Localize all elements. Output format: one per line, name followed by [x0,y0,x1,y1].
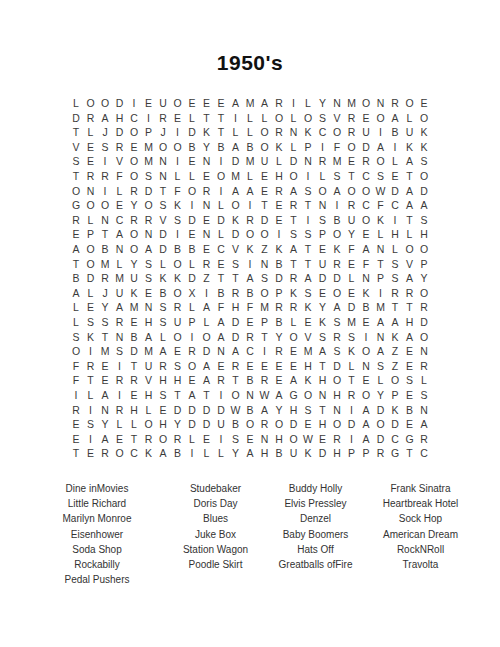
grid-cell[interactable]: R [388,96,403,111]
grid-cell[interactable]: O [417,169,432,184]
grid-cell[interactable]: M [228,169,243,184]
grid-cell[interactable]: L [112,257,127,272]
grid-cell[interactable]: C [359,198,374,213]
grid-cell[interactable]: V [156,213,171,228]
grid-cell[interactable]: Y [228,446,243,461]
grid-cell[interactable]: E [214,359,229,374]
grid-cell[interactable]: N [315,388,330,403]
grid-cell[interactable]: L [286,140,301,155]
grid-cell[interactable]: K [272,140,287,155]
grid-cell[interactable]: N [199,198,214,213]
grid-cell[interactable]: T [170,388,185,403]
grid-cell[interactable]: R [344,388,359,403]
grid-cell[interactable]: R [373,446,388,461]
grid-cell[interactable]: E [83,300,98,315]
grid-cell[interactable]: T [69,257,84,272]
grid-cell[interactable]: A [417,417,432,432]
grid-cell[interactable]: O [127,154,142,169]
grid-cell[interactable]: H [127,402,142,417]
grid-cell[interactable]: V [69,140,84,155]
grid-cell[interactable]: N [359,359,374,374]
grid-cell[interactable]: H [170,373,185,388]
grid-cell[interactable]: E [112,432,127,447]
grid-cell[interactable]: M [112,271,127,286]
grid-cell[interactable]: K [402,140,417,155]
grid-cell[interactable]: R [127,373,142,388]
grid-cell[interactable]: D [286,417,301,432]
grid-cell[interactable]: W [257,388,272,403]
grid-cell[interactable]: S [344,330,359,345]
grid-cell[interactable]: E [185,227,200,242]
grid-cell[interactable]: J [98,125,113,140]
grid-cell[interactable]: R [112,373,127,388]
grid-cell[interactable]: V [402,257,417,272]
grid-cell[interactable]: D [272,271,287,286]
grid-cell[interactable]: E [243,359,258,374]
grid-cell[interactable]: A [156,344,171,359]
grid-cell[interactable]: L [301,96,316,111]
grid-cell[interactable]: A [243,271,258,286]
grid-cell[interactable]: O [286,330,301,345]
grid-cell[interactable]: E [272,359,287,374]
grid-cell[interactable]: T [315,402,330,417]
grid-cell[interactable]: D [170,402,185,417]
grid-cell[interactable]: M [127,300,142,315]
grid-cell[interactable]: V [228,242,243,257]
grid-cell[interactable]: Z [388,344,403,359]
grid-cell[interactable]: S [315,330,330,345]
grid-cell[interactable]: S [69,154,84,169]
grid-cell[interactable]: E [301,417,316,432]
grid-cell[interactable]: L [199,315,214,330]
grid-cell[interactable]: K [170,198,185,213]
grid-cell[interactable]: Y [272,402,287,417]
grid-cell[interactable]: I [98,184,113,199]
grid-cell[interactable]: R [315,154,330,169]
grid-cell[interactable]: N [257,257,272,272]
grid-cell[interactable]: E [402,344,417,359]
grid-cell[interactable]: R [83,169,98,184]
grid-cell[interactable]: T [199,111,214,126]
grid-cell[interactable]: R [286,198,301,213]
grid-cell[interactable]: P [257,315,272,330]
grid-cell[interactable]: N [214,344,229,359]
grid-cell[interactable]: O [301,111,316,126]
grid-cell[interactable]: T [98,227,113,242]
grid-cell[interactable]: S [156,315,171,330]
grid-cell[interactable]: O [112,446,127,461]
grid-cell[interactable]: E [83,140,98,155]
grid-cell[interactable]: K [373,213,388,228]
grid-cell[interactable]: L [69,300,84,315]
grid-cell[interactable]: R [286,271,301,286]
grid-cell[interactable]: K [315,315,330,330]
grid-cell[interactable]: L [170,169,185,184]
grid-cell[interactable]: A [402,184,417,199]
grid-cell[interactable]: Y [344,227,359,242]
grid-cell[interactable]: G [286,388,301,403]
grid-cell[interactable]: B [272,315,287,330]
grid-cell[interactable]: O [286,432,301,447]
grid-cell[interactable]: A [417,198,432,213]
grid-cell[interactable]: Y [127,257,142,272]
grid-cell[interactable]: O [199,330,214,345]
grid-cell[interactable]: E [185,154,200,169]
grid-cell[interactable]: K [228,213,243,228]
grid-cell[interactable]: N [156,169,171,184]
grid-cell[interactable]: K [344,344,359,359]
grid-cell[interactable]: E [344,286,359,301]
grid-cell[interactable]: A [185,388,200,403]
grid-cell[interactable]: P [272,286,287,301]
grid-cell[interactable]: K [388,402,403,417]
grid-cell[interactable]: I [127,96,142,111]
grid-cell[interactable]: E [83,154,98,169]
grid-cell[interactable]: I [359,330,374,345]
grid-cell[interactable]: O [257,125,272,140]
grid-cell[interactable]: Z [388,359,403,374]
grid-cell[interactable]: A [141,242,156,257]
grid-cell[interactable]: T [315,359,330,374]
grid-cell[interactable]: V [141,373,156,388]
grid-cell[interactable]: H [330,388,345,403]
grid-cell[interactable]: A [359,417,374,432]
grid-cell[interactable]: L [388,154,403,169]
grid-cell[interactable]: O [98,96,113,111]
grid-cell[interactable]: D [257,213,272,228]
grid-cell[interactable]: S [98,140,113,155]
grid-cell[interactable]: O [127,169,142,184]
grid-cell[interactable]: I [83,432,98,447]
grid-cell[interactable]: K [141,446,156,461]
grid-cell[interactable]: O [272,111,287,126]
grid-cell[interactable]: E [272,373,287,388]
grid-cell[interactable]: O [359,96,374,111]
grid-cell[interactable]: L [315,169,330,184]
grid-cell[interactable]: E [402,417,417,432]
grid-cell[interactable]: O [83,242,98,257]
grid-cell[interactable]: O [228,198,243,213]
grid-cell[interactable]: E [69,227,84,242]
grid-cell[interactable]: L [185,257,200,272]
grid-cell[interactable]: T [228,373,243,388]
grid-cell[interactable]: R [344,198,359,213]
grid-cell[interactable]: R [156,359,171,374]
grid-cell[interactable]: T [301,198,316,213]
grid-cell[interactable]: L [83,286,98,301]
grid-cell[interactable]: M [373,300,388,315]
grid-cell[interactable]: F [69,373,84,388]
grid-cell[interactable]: A [388,111,403,126]
grid-cell[interactable]: K [127,286,142,301]
grid-cell[interactable]: O [344,140,359,155]
grid-cell[interactable]: T [286,257,301,272]
grid-cell[interactable]: E [257,184,272,199]
grid-cell[interactable]: F [344,242,359,257]
grid-cell[interactable]: E [170,111,185,126]
grid-cell[interactable]: R [98,446,113,461]
grid-cell[interactable]: E [98,359,113,374]
grid-cell[interactable]: T [286,213,301,228]
grid-cell[interactable]: E [286,344,301,359]
grid-cell[interactable]: U [141,359,156,374]
grid-cell[interactable]: S [417,154,432,169]
grid-cell[interactable]: O [69,344,84,359]
grid-cell[interactable]: L [243,169,258,184]
grid-cell[interactable]: K [417,125,432,140]
grid-cell[interactable]: P [417,257,432,272]
grid-cell[interactable]: N [330,402,345,417]
grid-cell[interactable]: R [344,125,359,140]
grid-cell[interactable]: O [141,417,156,432]
grid-cell[interactable]: D [388,184,403,199]
grid-cell[interactable]: D [228,315,243,330]
grid-cell[interactable]: R [272,300,287,315]
grid-cell[interactable]: O [373,417,388,432]
grid-cell[interactable]: A [243,446,258,461]
grid-cell[interactable]: A [388,315,403,330]
grid-cell[interactable]: N [417,344,432,359]
grid-cell[interactable]: O [257,227,272,242]
grid-cell[interactable]: D [185,213,200,228]
grid-cell[interactable]: A [359,402,374,417]
grid-cell[interactable]: I [373,125,388,140]
grid-cell[interactable]: K [272,242,287,257]
grid-cell[interactable]: A [257,402,272,417]
grid-cell[interactable]: L [185,300,200,315]
grid-cell[interactable]: R [112,402,127,417]
grid-cell[interactable]: T [214,111,229,126]
grid-cell[interactable]: I [185,330,200,345]
grid-cell[interactable]: G [69,198,84,213]
grid-cell[interactable]: A [228,344,243,359]
grid-cell[interactable]: K [170,271,185,286]
grid-cell[interactable]: L [272,154,287,169]
grid-cell[interactable]: E [402,359,417,374]
grid-cell[interactable]: P [344,446,359,461]
grid-cell[interactable]: O [170,286,185,301]
grid-cell[interactable]: H [388,227,403,242]
grid-cell[interactable]: I [243,198,258,213]
grid-cell[interactable]: R [170,432,185,447]
grid-cell[interactable]: L [243,111,258,126]
grid-cell[interactable]: D [344,417,359,432]
grid-cell[interactable]: Z [199,271,214,286]
grid-cell[interactable]: A [98,111,113,126]
grid-cell[interactable]: L [373,227,388,242]
grid-cell[interactable]: A [112,300,127,315]
grid-cell[interactable]: B [243,373,258,388]
grid-cell[interactable]: L [286,315,301,330]
grid-cell[interactable]: A [199,373,214,388]
grid-cell[interactable]: S [301,184,316,199]
grid-cell[interactable]: M [98,344,113,359]
grid-cell[interactable]: A [228,184,243,199]
grid-cell[interactable]: E [301,315,316,330]
grid-cell[interactable]: C [417,446,432,461]
grid-cell[interactable]: I [185,446,200,461]
grid-cell[interactable]: L [141,402,156,417]
grid-cell[interactable]: F [330,140,345,155]
grid-cell[interactable]: R [141,432,156,447]
grid-cell[interactable]: K [243,242,258,257]
grid-cell[interactable]: R [228,359,243,374]
grid-cell[interactable]: D [417,184,432,199]
grid-cell[interactable]: L [112,417,127,432]
grid-cell[interactable]: C [315,125,330,140]
grid-cell[interactable]: S [228,257,243,272]
grid-cell[interactable]: O [330,125,345,140]
grid-cell[interactable]: B [170,242,185,257]
grid-cell[interactable]: O [228,388,243,403]
grid-cell[interactable]: L [69,315,84,330]
grid-cell[interactable]: S [417,213,432,228]
grid-cell[interactable]: T [402,169,417,184]
grid-cell[interactable]: H [330,446,345,461]
grid-cell[interactable]: A [373,315,388,330]
grid-cell[interactable]: C [214,242,229,257]
grid-cell[interactable]: C [388,198,403,213]
grid-cell[interactable]: S [330,315,345,330]
grid-cell[interactable]: E [156,402,171,417]
grid-cell[interactable]: U [286,446,301,461]
grid-cell[interactable]: D [344,300,359,315]
grid-cell[interactable]: P [315,227,330,242]
grid-cell[interactable]: L [286,111,301,126]
grid-cell[interactable]: K [417,140,432,155]
grid-cell[interactable]: C [127,446,142,461]
grid-cell[interactable]: N [257,432,272,447]
grid-cell[interactable]: E [315,432,330,447]
grid-cell[interactable]: P [301,140,316,155]
grid-cell[interactable]: R [127,213,142,228]
grid-cell[interactable]: U [359,125,374,140]
grid-cell[interactable]: D [156,242,171,257]
grid-cell[interactable]: B [228,417,243,432]
grid-cell[interactable]: H [272,432,287,447]
grid-cell[interactable]: O [301,388,316,403]
grid-cell[interactable]: R [98,169,113,184]
grid-cell[interactable]: D [286,154,301,169]
grid-cell[interactable]: D [228,330,243,345]
grid-cell[interactable]: A [359,432,374,447]
grid-cell[interactable]: S [141,169,156,184]
grid-cell[interactable]: V [301,330,316,345]
grid-cell[interactable]: R [83,359,98,374]
grid-cell[interactable]: R [272,125,287,140]
grid-cell[interactable]: E [257,169,272,184]
grid-cell[interactable]: B [156,286,171,301]
grid-cell[interactable]: M [141,154,156,169]
grid-cell[interactable]: F [170,184,185,199]
grid-cell[interactable]: A [156,446,171,461]
grid-cell[interactable]: I [272,227,287,242]
grid-cell[interactable]: R [199,257,214,272]
grid-cell[interactable]: H [112,111,127,126]
grid-cell[interactable]: P [141,125,156,140]
grid-cell[interactable]: F [214,300,229,315]
grid-cell[interactable]: H [141,388,156,403]
grid-cell[interactable]: D [199,417,214,432]
grid-cell[interactable]: E [272,198,287,213]
grid-cell[interactable]: D [199,344,214,359]
grid-cell[interactable]: A [199,300,214,315]
grid-cell[interactable]: S [170,359,185,374]
grid-cell[interactable]: M [344,315,359,330]
grid-cell[interactable]: O [257,140,272,155]
grid-cell[interactable]: I [141,111,156,126]
grid-cell[interactable]: R [257,417,272,432]
grid-cell[interactable]: R [170,300,185,315]
grid-cell[interactable]: O [344,184,359,199]
grid-cell[interactable]: N [156,154,171,169]
grid-cell[interactable]: R [83,111,98,126]
grid-cell[interactable]: L [214,227,229,242]
grid-cell[interactable]: S [112,344,127,359]
grid-cell[interactable]: R [257,373,272,388]
grid-cell[interactable]: E [402,388,417,403]
grid-cell[interactable]: E [344,154,359,169]
grid-cell[interactable]: I [286,96,301,111]
grid-cell[interactable]: O [330,286,345,301]
grid-cell[interactable]: K [330,242,345,257]
grid-cell[interactable]: S [301,227,316,242]
grid-cell[interactable]: R [228,286,243,301]
grid-cell[interactable]: D [214,402,229,417]
grid-cell[interactable]: N [373,96,388,111]
grid-cell[interactable]: D [185,417,200,432]
grid-cell[interactable]: L [127,417,142,432]
grid-cell[interactable]: A [98,388,113,403]
grid-cell[interactable]: N [112,330,127,345]
grid-cell[interactable]: D [185,402,200,417]
grid-cell[interactable]: T [301,257,316,272]
grid-cell[interactable]: L [344,271,359,286]
grid-cell[interactable]: D [228,227,243,242]
grid-cell[interactable]: O [330,227,345,242]
grid-cell[interactable]: T [301,242,316,257]
grid-cell[interactable]: H [272,169,287,184]
grid-cell[interactable]: R [98,271,113,286]
grid-cell[interactable]: L [388,242,403,257]
grid-cell[interactable]: R [214,373,229,388]
grid-cell[interactable]: I [330,198,345,213]
grid-cell[interactable]: R [112,315,127,330]
grid-cell[interactable]: O [156,432,171,447]
grid-cell[interactable]: A [301,271,316,286]
grid-cell[interactable]: V [330,111,345,126]
grid-cell[interactable]: D [185,125,200,140]
grid-cell[interactable]: N [243,388,258,403]
grid-cell[interactable]: R [417,432,432,447]
grid-cell[interactable]: L [214,198,229,213]
grid-cell[interactable]: T [127,432,142,447]
grid-cell[interactable]: T [228,271,243,286]
grid-cell[interactable]: R [359,154,374,169]
grid-cell[interactable]: I [83,402,98,417]
grid-cell[interactable]: E [199,213,214,228]
grid-cell[interactable]: A [272,388,287,403]
grid-cell[interactable]: S [301,286,316,301]
grid-cell[interactable]: O [170,96,185,111]
grid-cell[interactable]: O [170,140,185,155]
grid-cell[interactable]: I [98,154,113,169]
grid-cell[interactable]: R [330,257,345,272]
grid-cell[interactable]: L [185,169,200,184]
grid-cell[interactable]: M [141,140,156,155]
grid-cell[interactable]: E [199,96,214,111]
grid-cell[interactable]: O [315,184,330,199]
